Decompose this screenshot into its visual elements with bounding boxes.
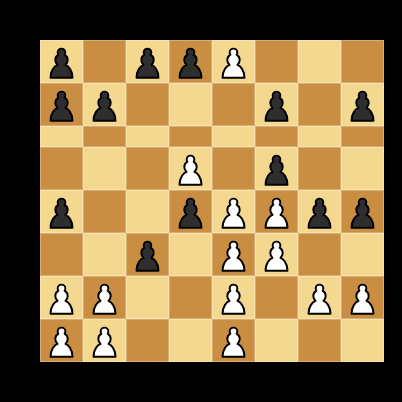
black-pawn[interactable] — [40, 190, 83, 233]
black-pawn[interactable] — [255, 147, 298, 190]
square-f3[interactable] — [255, 233, 298, 276]
white-pawn[interactable] — [83, 276, 126, 319]
square-g4[interactable] — [298, 190, 341, 233]
square-b7[interactable] — [83, 83, 126, 126]
black-pawn[interactable] — [83, 83, 126, 126]
chess-app-window — [0, 0, 402, 402]
square-g5[interactable] — [298, 147, 341, 190]
square-a4[interactable] — [40, 190, 83, 233]
square-a2[interactable] — [40, 276, 83, 319]
black-pawn[interactable] — [169, 190, 212, 233]
black-pawn[interactable] — [341, 83, 384, 126]
square-g8[interactable] — [298, 40, 341, 83]
square-h7[interactable] — [341, 83, 384, 126]
square-d7[interactable] — [169, 83, 212, 126]
square-b3[interactable] — [83, 233, 126, 276]
square-b5[interactable] — [83, 147, 126, 190]
black-pawn[interactable] — [40, 83, 83, 126]
chess-board — [40, 40, 362, 362]
square-e4[interactable] — [212, 190, 255, 233]
square-f7[interactable] — [255, 83, 298, 126]
square-b2[interactable] — [83, 276, 126, 319]
square-e8[interactable] — [212, 40, 255, 83]
white-pawn[interactable] — [255, 233, 298, 276]
white-pawn[interactable] — [212, 276, 255, 319]
square-d8[interactable] — [169, 40, 212, 83]
square-a7[interactable] — [40, 83, 83, 126]
square-f2[interactable] — [255, 276, 298, 319]
square-h1[interactable] — [341, 319, 384, 362]
square-d1[interactable] — [169, 319, 212, 362]
square-d5[interactable] — [169, 147, 212, 190]
square-h5[interactable] — [341, 147, 384, 190]
square-f4[interactable] — [255, 190, 298, 233]
white-pawn[interactable] — [255, 190, 298, 233]
square-h4[interactable] — [341, 190, 384, 233]
black-pawn[interactable] — [255, 83, 298, 126]
square-c5[interactable] — [126, 147, 169, 190]
square-c6[interactable] — [126, 126, 169, 147]
white-pawn[interactable] — [212, 233, 255, 276]
white-pawn[interactable] — [212, 190, 255, 233]
square-d3[interactable] — [169, 233, 212, 276]
black-pawn[interactable] — [298, 190, 341, 233]
square-a1[interactable] — [40, 319, 83, 362]
white-pawn[interactable] — [40, 319, 83, 362]
square-c7[interactable] — [126, 83, 169, 126]
white-pawn[interactable] — [83, 319, 126, 362]
square-a3[interactable] — [40, 233, 83, 276]
white-pawn[interactable] — [212, 40, 255, 83]
square-f5[interactable] — [255, 147, 298, 190]
square-a5[interactable] — [40, 147, 83, 190]
square-g6[interactable] — [298, 126, 341, 147]
square-b1[interactable] — [83, 319, 126, 362]
square-d2[interactable] — [169, 276, 212, 319]
square-e1[interactable] — [212, 319, 255, 362]
square-e5[interactable] — [212, 147, 255, 190]
square-g2[interactable] — [298, 276, 341, 319]
square-d4[interactable] — [169, 190, 212, 233]
square-b6[interactable] — [83, 126, 126, 147]
square-c3[interactable] — [126, 233, 169, 276]
black-pawn[interactable] — [40, 40, 83, 83]
square-h6[interactable] — [341, 126, 384, 147]
square-f6[interactable] — [255, 126, 298, 147]
square-e3[interactable] — [212, 233, 255, 276]
square-h3[interactable] — [341, 233, 384, 276]
square-e6[interactable] — [212, 126, 255, 147]
square-e7[interactable] — [212, 83, 255, 126]
square-e2[interactable] — [212, 276, 255, 319]
white-pawn[interactable] — [169, 147, 212, 190]
square-a6[interactable] — [40, 126, 83, 147]
square-g7[interactable] — [298, 83, 341, 126]
square-b4[interactable] — [83, 190, 126, 233]
white-pawn[interactable] — [298, 276, 341, 319]
square-a8[interactable] — [40, 40, 83, 83]
square-h8[interactable] — [341, 40, 384, 83]
square-c2[interactable] — [126, 276, 169, 319]
square-f8[interactable] — [255, 40, 298, 83]
black-pawn[interactable] — [341, 190, 384, 233]
square-b8[interactable] — [83, 40, 126, 83]
white-pawn[interactable] — [40, 276, 83, 319]
black-pawn[interactable] — [169, 40, 212, 83]
square-c4[interactable] — [126, 190, 169, 233]
square-c8[interactable] — [126, 40, 169, 83]
square-h2[interactable] — [341, 276, 384, 319]
square-g1[interactable] — [298, 319, 341, 362]
black-pawn[interactable] — [126, 233, 169, 276]
white-pawn[interactable] — [212, 319, 255, 362]
square-f1[interactable] — [255, 319, 298, 362]
square-c1[interactable] — [126, 319, 169, 362]
square-g3[interactable] — [298, 233, 341, 276]
black-pawn[interactable] — [126, 40, 169, 83]
square-d6[interactable] — [169, 126, 212, 147]
white-pawn[interactable] — [341, 276, 384, 319]
